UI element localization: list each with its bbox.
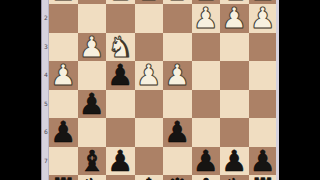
square-b6[interactable] <box>220 118 249 147</box>
square-a4[interactable] <box>249 61 278 90</box>
square-b5[interactable] <box>220 90 249 119</box>
square-f3[interactable]: ♞ <box>106 33 135 62</box>
square-e8[interactable]: ♚ <box>135 175 164 180</box>
square-b8[interactable]: ♞ <box>220 175 249 180</box>
square-h6[interactable]: ♟ <box>49 118 78 147</box>
square-f5[interactable] <box>106 90 135 119</box>
piece-white-pawn-icon: ♟ <box>221 4 247 33</box>
square-d5[interactable] <box>163 90 192 119</box>
piece-black-pawn-icon: ♟ <box>107 61 133 90</box>
rank-coordinate-strip: 234567 <box>41 0 49 180</box>
piece-black-knight-icon: ♞ <box>221 175 247 180</box>
piece-white-pawn-icon: ♟ <box>136 61 162 90</box>
square-a5[interactable] <box>249 90 278 119</box>
left-letterbox <box>0 0 41 180</box>
piece-black-pawn-icon: ♟ <box>164 118 190 147</box>
piece-white-pawn-icon: ♟ <box>193 4 219 33</box>
square-d4[interactable]: ♟ <box>163 61 192 90</box>
square-g7[interactable]: ♝ <box>78 147 107 176</box>
square-c5[interactable] <box>192 90 221 119</box>
square-a6[interactable] <box>249 118 278 147</box>
square-c8[interactable]: ♝ <box>192 175 221 180</box>
piece-white-knight-icon: ♞ <box>107 33 133 62</box>
piece-black-pawn-icon: ♟ <box>193 147 219 176</box>
square-f2[interactable] <box>106 4 135 33</box>
square-h7[interactable] <box>49 147 78 176</box>
square-a3[interactable] <box>249 33 278 62</box>
right-letterbox <box>279 0 320 180</box>
square-e7[interactable] <box>135 147 164 176</box>
square-d2[interactable] <box>163 4 192 33</box>
square-d8[interactable]: ♛ <box>163 175 192 180</box>
piece-white-pawn-icon: ♟ <box>164 61 190 90</box>
screenshot-root: 234567 ♜♝♚♛♝♞♜♟♟♟♟♞♟♟♟♟♟♟♟♝♟♟♟♟♜♞♚♛♝♞♜ <box>0 0 320 180</box>
piece-white-pawn-icon: ♟ <box>250 4 276 33</box>
square-f7[interactable]: ♟ <box>106 147 135 176</box>
square-e2[interactable] <box>135 4 164 33</box>
square-g4[interactable] <box>78 61 107 90</box>
piece-black-pawn-icon: ♟ <box>221 147 247 176</box>
square-g3[interactable]: ♟ <box>78 33 107 62</box>
square-g6[interactable] <box>78 118 107 147</box>
square-c7[interactable]: ♟ <box>192 147 221 176</box>
square-e4[interactable]: ♟ <box>135 61 164 90</box>
piece-black-bishop-icon: ♝ <box>193 175 219 180</box>
piece-black-bishop-icon: ♝ <box>79 147 105 176</box>
piece-black-pawn-icon: ♟ <box>107 147 133 176</box>
square-e6[interactable] <box>135 118 164 147</box>
square-a7[interactable]: ♟ <box>249 147 278 176</box>
square-e5[interactable] <box>135 90 164 119</box>
square-f4[interactable]: ♟ <box>106 61 135 90</box>
square-g8[interactable]: ♞ <box>78 175 107 180</box>
piece-black-knight-icon: ♞ <box>79 175 105 180</box>
square-h4[interactable]: ♟ <box>49 61 78 90</box>
piece-black-queen-icon: ♛ <box>164 175 190 180</box>
square-c3[interactable] <box>192 33 221 62</box>
square-b4[interactable] <box>220 61 249 90</box>
board-viewport: ♜♝♚♛♝♞♜♟♟♟♟♞♟♟♟♟♟♟♟♝♟♟♟♟♜♞♚♛♝♞♜ <box>49 0 277 180</box>
square-c2[interactable]: ♟ <box>192 4 221 33</box>
square-h5[interactable] <box>49 90 78 119</box>
square-g2[interactable] <box>78 4 107 33</box>
square-d6[interactable]: ♟ <box>163 118 192 147</box>
square-e3[interactable] <box>135 33 164 62</box>
chess-board: ♜♝♚♛♝♞♜♟♟♟♟♞♟♟♟♟♟♟♟♝♟♟♟♟♜♞♚♛♝♞♜ <box>49 0 277 180</box>
square-h8[interactable]: ♜ <box>49 175 78 180</box>
piece-white-pawn-icon: ♟ <box>79 33 105 62</box>
square-a2[interactable]: ♟ <box>249 4 278 33</box>
piece-white-pawn-icon: ♟ <box>50 61 76 90</box>
square-b3[interactable] <box>220 33 249 62</box>
piece-black-pawn-icon: ♟ <box>79 90 105 119</box>
square-d3[interactable] <box>163 33 192 62</box>
piece-black-rook-icon: ♜ <box>50 175 76 180</box>
square-a8[interactable]: ♜ <box>249 175 278 180</box>
square-f6[interactable] <box>106 118 135 147</box>
piece-black-king-icon: ♚ <box>136 175 162 180</box>
piece-black-pawn-icon: ♟ <box>50 118 76 147</box>
square-b7[interactable]: ♟ <box>220 147 249 176</box>
square-c6[interactable] <box>192 118 221 147</box>
square-h3[interactable] <box>49 33 78 62</box>
square-h2[interactable] <box>49 4 78 33</box>
square-c4[interactable] <box>192 61 221 90</box>
piece-black-rook-icon: ♜ <box>250 175 276 180</box>
square-f8[interactable] <box>106 175 135 180</box>
square-d7[interactable] <box>163 147 192 176</box>
piece-black-pawn-icon: ♟ <box>250 147 276 176</box>
square-b2[interactable]: ♟ <box>220 4 249 33</box>
square-g5[interactable]: ♟ <box>78 90 107 119</box>
